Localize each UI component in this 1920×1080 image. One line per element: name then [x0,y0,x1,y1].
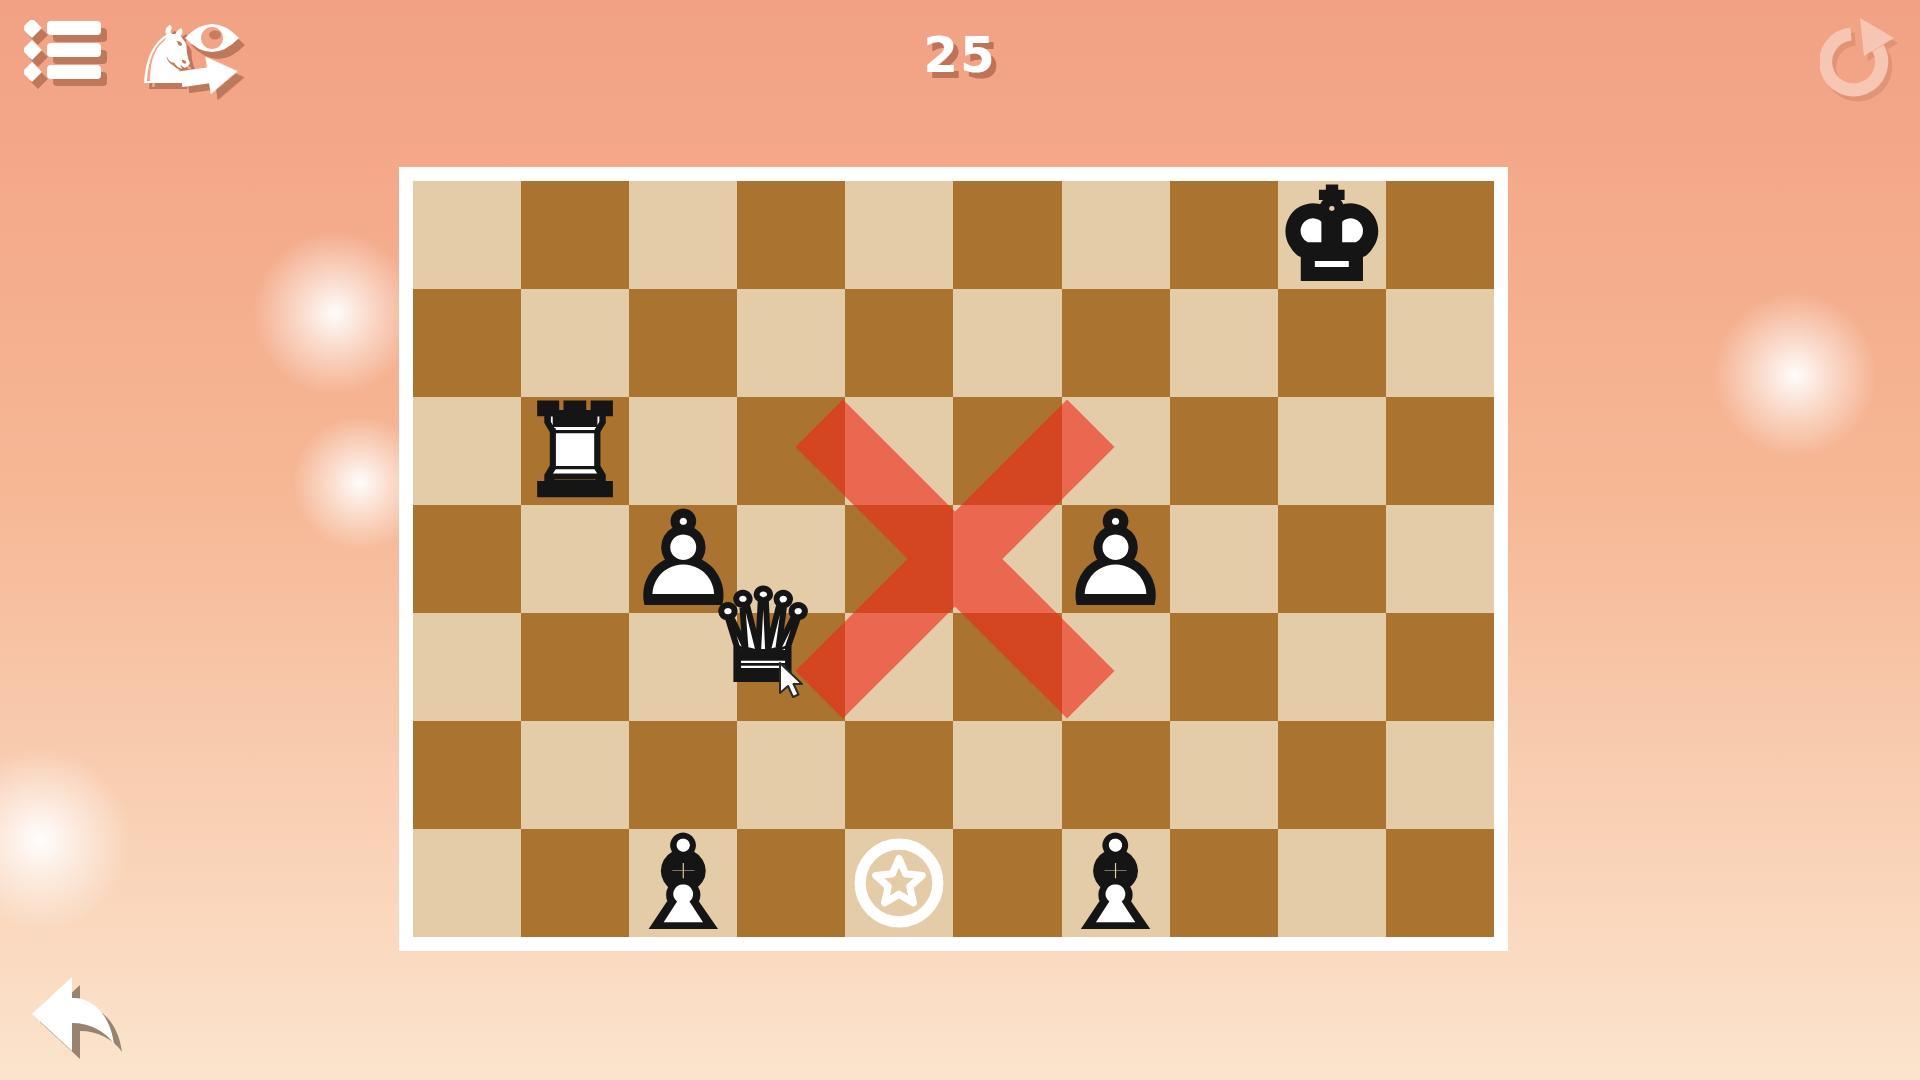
square-c9r4[interactable] [1386,613,1494,721]
square-c8r6[interactable] [1278,829,1386,937]
square-c6r5[interactable] [1062,721,1170,829]
square-c1r6[interactable] [521,829,629,937]
square-c9r3[interactable] [1386,505,1494,613]
chess-board: ♚♔♜♖♟♙♟♙♝♗ ♝♗ ♛ ♕ [399,167,1508,951]
square-c9r2[interactable] [1386,397,1494,505]
square-c4r2[interactable] [845,397,953,505]
square-c3r3[interactable] [737,505,845,613]
white-rook[interactable]: ♖ [521,397,629,505]
white-pawn-fill: ♟ [629,505,737,613]
square-c8r4[interactable] [1278,613,1386,721]
square-c6r4[interactable] [1062,613,1170,721]
square-c3r1[interactable] [737,289,845,397]
square-c8r2[interactable] [1278,397,1386,505]
target-square-star-marker [851,835,947,931]
square-c0r2[interactable] [413,397,521,505]
square-c2r0[interactable] [629,181,737,289]
square-c1r2[interactable]: ♜♖ [521,397,629,505]
white-king-fill: ♚ [1278,181,1386,289]
white-bishop[interactable]: ♗ [1062,829,1170,937]
white-king[interactable]: ♔ [1278,181,1386,289]
square-c7r2[interactable] [1170,397,1278,505]
square-c2r2[interactable] [629,397,737,505]
square-c3r0[interactable] [737,181,845,289]
game-screen: ♞ 25 ♚♔♜♖♟♙♟♙♝♗ ♝♗ [0,0,1920,1080]
square-c2r4[interactable] [629,613,737,721]
square-c9r0[interactable] [1386,181,1494,289]
square-c0r3[interactable] [413,505,521,613]
square-c2r5[interactable] [629,721,737,829]
top-toolbar: ♞ 25 [0,0,1920,110]
square-c3r5[interactable] [737,721,845,829]
square-c2r1[interactable] [629,289,737,397]
square-c2r6[interactable]: ♝♗ [629,829,737,937]
undo-button[interactable] [26,974,118,1060]
square-c3r4[interactable] [737,613,845,721]
white-bishop[interactable]: ♗ [629,829,737,937]
white-pawn[interactable]: ♙ [1062,505,1170,613]
square-c1r1[interactable] [521,289,629,397]
square-c5r5[interactable] [953,721,1061,829]
square-c1r3[interactable] [521,505,629,613]
restart-button[interactable] [1820,12,1900,104]
square-c0r5[interactable] [413,721,521,829]
square-c4r6[interactable] [845,829,953,937]
square-c4r5[interactable] [845,721,953,829]
square-c8r0[interactable]: ♚♔ [1278,181,1386,289]
square-c4r3[interactable] [845,505,953,613]
square-c5r6[interactable] [953,829,1061,937]
refresh-icon [1820,12,1900,100]
white-pawn-fill: ♟ [1062,505,1170,613]
square-c6r2[interactable] [1062,397,1170,505]
square-c0r1[interactable] [413,289,521,397]
square-c1r5[interactable] [521,721,629,829]
white-rook-fill: ♜ [521,397,629,505]
square-c5r4[interactable] [953,613,1061,721]
square-c5r1[interactable] [953,289,1061,397]
square-c0r6[interactable] [413,829,521,937]
background-glow [1710,290,1880,460]
square-c7r5[interactable] [1170,721,1278,829]
square-c1r0[interactable] [521,181,629,289]
square-c6r3[interactable]: ♟♙ [1062,505,1170,613]
square-c6r0[interactable] [1062,181,1170,289]
square-c7r6[interactable] [1170,829,1278,937]
square-c6r1[interactable] [1062,289,1170,397]
square-c8r3[interactable] [1278,505,1386,613]
square-c0r0[interactable] [413,181,521,289]
white-pawn[interactable]: ♙ [629,505,737,613]
square-c4r1[interactable] [845,289,953,397]
puzzle-number: 25 [0,26,1920,84]
white-bishop-fill: ♝ [1062,829,1170,937]
square-c5r0[interactable] [953,181,1061,289]
square-c7r1[interactable] [1170,289,1278,397]
square-c4r0[interactable] [845,181,953,289]
square-c9r6[interactable] [1386,829,1494,937]
background-glow [0,745,135,935]
white-bishop-fill: ♝ [629,829,737,937]
back-arrow-icon [26,974,118,1056]
square-c8r5[interactable] [1278,721,1386,829]
square-c7r3[interactable] [1170,505,1278,613]
square-c5r3[interactable] [953,505,1061,613]
square-c8r1[interactable] [1278,289,1386,397]
board-grid: ♚♔♜♖♟♙♟♙♝♗ ♝♗ [413,181,1494,937]
square-c2r3[interactable]: ♟♙ [629,505,737,613]
square-c9r1[interactable] [1386,289,1494,397]
square-c3r6[interactable] [737,829,845,937]
square-c5r2[interactable] [953,397,1061,505]
square-c7r0[interactable] [1170,181,1278,289]
square-c0r4[interactable] [413,613,521,721]
square-c3r2[interactable] [737,397,845,505]
background-glow [250,228,420,398]
square-c6r6[interactable]: ♝♗ [1062,829,1170,937]
square-c1r4[interactable] [521,613,629,721]
square-c4r4[interactable] [845,613,953,721]
square-c7r4[interactable] [1170,613,1278,721]
square-c9r5[interactable] [1386,721,1494,829]
